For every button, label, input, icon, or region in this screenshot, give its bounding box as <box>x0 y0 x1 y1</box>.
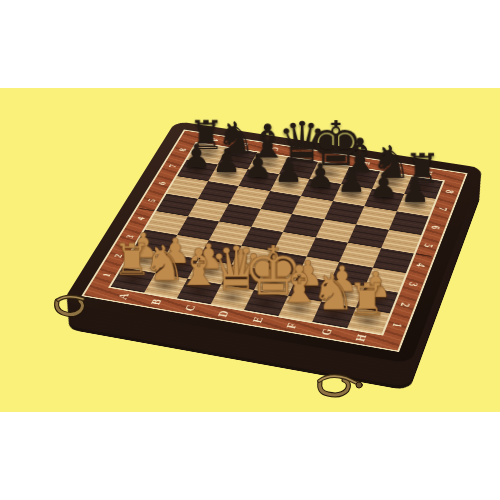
brass-clasp-right-icon <box>314 370 366 404</box>
scene: AABBCCDDEEFFGGHH1122334455667788 ♜♞♝♛♚♝♞… <box>0 0 500 500</box>
white-rook-h1[interactable]: ♜ <box>345 278 390 323</box>
brass-clasp-left-icon <box>52 292 92 326</box>
